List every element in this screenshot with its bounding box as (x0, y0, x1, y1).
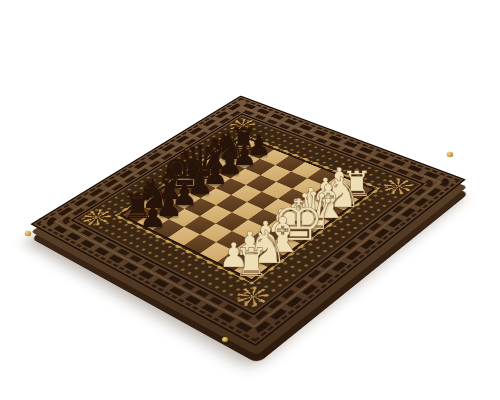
piece-black-pawn-h7[interactable]: ♟ (139, 200, 167, 231)
brass-pin (222, 337, 228, 342)
square-g5[interactable] (184, 216, 216, 234)
square-f5[interactable] (200, 205, 232, 223)
brass-pin (447, 152, 453, 157)
square-h5[interactable] (168, 227, 200, 246)
gold-medallion-icon (378, 176, 418, 198)
piece-white-rook-h1[interactable]: ♜ (234, 243, 269, 282)
square-h4[interactable] (184, 234, 217, 253)
brass-pin (25, 231, 31, 236)
product-photo-scene: ♜♟♟♜♞♟♟♞♝♟♟♝♛♟♟♛♚♟♟♚♝♟♟♝♞♟♟♞♜♟♟♜ (0, 0, 500, 400)
gold-medallion-icon (231, 283, 275, 311)
